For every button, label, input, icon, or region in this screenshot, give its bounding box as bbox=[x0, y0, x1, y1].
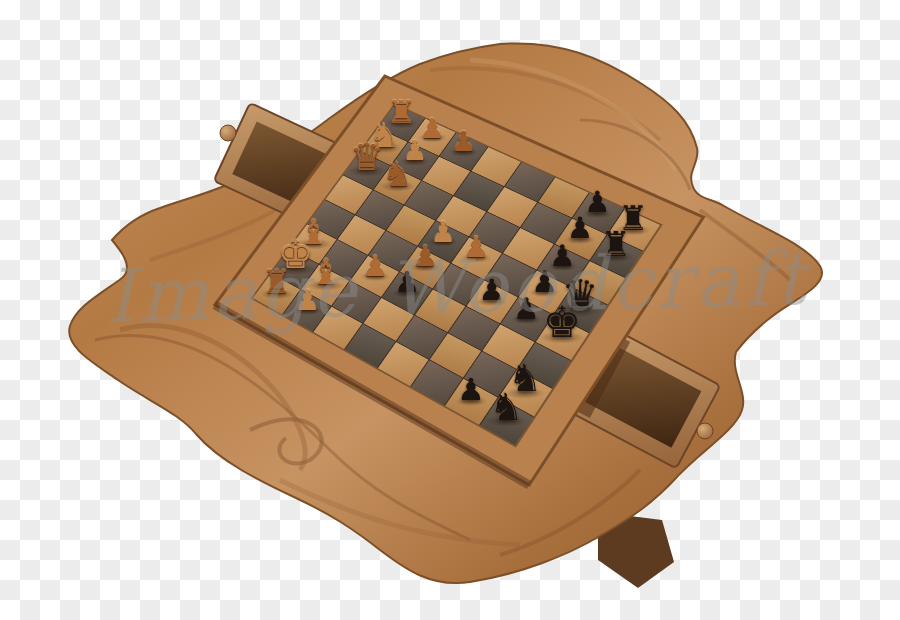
product-photo-chess-table: ♜♟♞♟♟♛♞♟♜♟♟♝♜♟♟♟♚♟♝♟♟♜♟♛♟♟♚♞♟♞ Image Woo… bbox=[0, 0, 900, 620]
lower-right-drawer-knob bbox=[697, 423, 713, 439]
upper-left-drawer-knob bbox=[220, 125, 236, 141]
